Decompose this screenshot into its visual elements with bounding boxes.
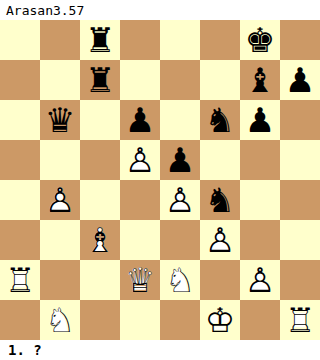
move-prompt: 1. ? [8, 342, 42, 358]
square-g1[interactable] [240, 300, 280, 340]
square-b2[interactable] [40, 260, 80, 300]
square-b5[interactable] [40, 140, 80, 180]
status-bar: 1. ? [0, 340, 320, 360]
square-f7[interactable] [200, 60, 240, 100]
square-c5[interactable] [80, 140, 120, 180]
black-pawn-glyph: ♟ [240, 100, 280, 140]
white-pawn-outline-glyph: ♙ [40, 180, 80, 220]
piece-white-rook-h1[interactable]: ♜♖ [280, 300, 320, 340]
piece-white-king-f1[interactable]: ♚♔ [200, 300, 240, 340]
chess-app-window: Arasan3.57 ♜♚♜♝♟♛♟♞♟♟♙♟♟♙♟♙♞♝♗♟♙♜♖♛♕♞♘♟♙… [0, 0, 320, 360]
square-d6[interactable]: ♟ [120, 100, 160, 140]
square-g8[interactable]: ♚ [240, 20, 280, 60]
square-f1[interactable]: ♚♔ [200, 300, 240, 340]
white-pawn-outline-glyph: ♙ [160, 180, 200, 220]
square-c4[interactable] [80, 180, 120, 220]
piece-white-queen-d2[interactable]: ♛♕ [120, 260, 160, 300]
square-b1[interactable]: ♞♘ [40, 300, 80, 340]
piece-white-bishop-c3[interactable]: ♝♗ [80, 220, 120, 260]
piece-black-king-g8[interactable]: ♚ [240, 20, 280, 60]
square-e8[interactable] [160, 20, 200, 60]
square-f8[interactable] [200, 20, 240, 60]
square-f6[interactable]: ♞ [200, 100, 240, 140]
black-rook-glyph: ♜ [80, 20, 120, 60]
white-king-outline-glyph: ♔ [200, 300, 240, 340]
white-rook-outline-glyph: ♖ [0, 260, 40, 300]
square-b7[interactable] [40, 60, 80, 100]
square-b4[interactable]: ♟♙ [40, 180, 80, 220]
piece-white-pawn-g2[interactable]: ♟♙ [240, 260, 280, 300]
square-e6[interactable] [160, 100, 200, 140]
piece-black-queen-b6[interactable]: ♛ [40, 100, 80, 140]
square-e1[interactable] [160, 300, 200, 340]
square-e4[interactable]: ♟♙ [160, 180, 200, 220]
square-d1[interactable] [120, 300, 160, 340]
square-g6[interactable]: ♟ [240, 100, 280, 140]
square-a4[interactable] [0, 180, 40, 220]
square-d2[interactable]: ♛♕ [120, 260, 160, 300]
square-d5[interactable]: ♟♙ [120, 140, 160, 180]
piece-white-rook-a2[interactable]: ♜♖ [0, 260, 40, 300]
piece-white-pawn-d5[interactable]: ♟♙ [120, 140, 160, 180]
black-rook-glyph: ♜ [80, 60, 120, 100]
chess-board: ♜♚♜♝♟♛♟♞♟♟♙♟♟♙♟♙♞♝♗♟♙♜♖♛♕♞♘♟♙♞♘♚♔♜♖ [0, 20, 320, 340]
square-c8[interactable]: ♜ [80, 20, 120, 60]
piece-white-pawn-f3[interactable]: ♟♙ [200, 220, 240, 260]
white-queen-outline-glyph: ♕ [120, 260, 160, 300]
square-d7[interactable] [120, 60, 160, 100]
square-e3[interactable] [160, 220, 200, 260]
white-rook-outline-glyph: ♖ [280, 300, 320, 340]
square-c3[interactable]: ♝♗ [80, 220, 120, 260]
black-bishop-glyph: ♝ [240, 60, 280, 100]
piece-black-pawn-g6[interactable]: ♟ [240, 100, 280, 140]
square-h6[interactable] [280, 100, 320, 140]
black-pawn-glyph: ♟ [280, 60, 320, 100]
white-knight-outline-glyph: ♘ [40, 300, 80, 340]
piece-black-knight-f4[interactable]: ♞ [200, 180, 240, 220]
piece-white-pawn-e4[interactable]: ♟♙ [160, 180, 200, 220]
square-a3[interactable] [0, 220, 40, 260]
piece-black-pawn-h7[interactable]: ♟ [280, 60, 320, 100]
white-pawn-outline-glyph: ♙ [240, 260, 280, 300]
square-h5[interactable] [280, 140, 320, 180]
white-bishop-outline-glyph: ♗ [80, 220, 120, 260]
square-b6[interactable]: ♛ [40, 100, 80, 140]
white-knight-outline-glyph: ♘ [160, 260, 200, 300]
square-e5[interactable]: ♟ [160, 140, 200, 180]
piece-white-pawn-b4[interactable]: ♟♙ [40, 180, 80, 220]
piece-white-knight-b1[interactable]: ♞♘ [40, 300, 80, 340]
square-h4[interactable] [280, 180, 320, 220]
black-pawn-glyph: ♟ [120, 100, 160, 140]
square-h2[interactable] [280, 260, 320, 300]
piece-black-rook-c7[interactable]: ♜ [80, 60, 120, 100]
square-c1[interactable] [80, 300, 120, 340]
square-h1[interactable]: ♜♖ [280, 300, 320, 340]
square-f4[interactable]: ♞ [200, 180, 240, 220]
window-title: Arasan3.57 [0, 0, 320, 20]
square-g2[interactable]: ♟♙ [240, 260, 280, 300]
square-g7[interactable]: ♝ [240, 60, 280, 100]
square-h3[interactable] [280, 220, 320, 260]
piece-black-pawn-d6[interactable]: ♟ [120, 100, 160, 140]
square-a6[interactable] [0, 100, 40, 140]
white-pawn-outline-glyph: ♙ [200, 220, 240, 260]
square-h8[interactable] [280, 20, 320, 60]
square-d4[interactable] [120, 180, 160, 220]
square-d8[interactable] [120, 20, 160, 60]
square-b3[interactable] [40, 220, 80, 260]
black-pawn-glyph: ♟ [160, 140, 200, 180]
square-d3[interactable] [120, 220, 160, 260]
black-king-glyph: ♚ [240, 20, 280, 60]
square-e7[interactable] [160, 60, 200, 100]
square-g4[interactable] [240, 180, 280, 220]
square-h7[interactable]: ♟ [280, 60, 320, 100]
square-a2[interactable]: ♜♖ [0, 260, 40, 300]
square-c6[interactable] [80, 100, 120, 140]
square-c2[interactable] [80, 260, 120, 300]
square-e2[interactable]: ♞♘ [160, 260, 200, 300]
square-a5[interactable] [0, 140, 40, 180]
square-b8[interactable] [40, 20, 80, 60]
black-knight-glyph: ♞ [200, 180, 240, 220]
square-a7[interactable] [0, 60, 40, 100]
piece-black-knight-f6[interactable]: ♞ [200, 100, 240, 140]
square-f3[interactable]: ♟♙ [200, 220, 240, 260]
piece-black-rook-c8[interactable]: ♜ [80, 20, 120, 60]
black-knight-glyph: ♞ [200, 100, 240, 140]
square-a8[interactable] [0, 20, 40, 60]
white-pawn-outline-glyph: ♙ [120, 140, 160, 180]
square-g5[interactable] [240, 140, 280, 180]
square-g3[interactable] [240, 220, 280, 260]
piece-black-bishop-g7[interactable]: ♝ [240, 60, 280, 100]
black-queen-glyph: ♛ [40, 100, 80, 140]
square-f5[interactable] [200, 140, 240, 180]
piece-white-knight-e2[interactable]: ♞♘ [160, 260, 200, 300]
square-c7[interactable]: ♜ [80, 60, 120, 100]
square-f2[interactable] [200, 260, 240, 300]
square-a1[interactable] [0, 300, 40, 340]
piece-black-pawn-e5[interactable]: ♟ [160, 140, 200, 180]
